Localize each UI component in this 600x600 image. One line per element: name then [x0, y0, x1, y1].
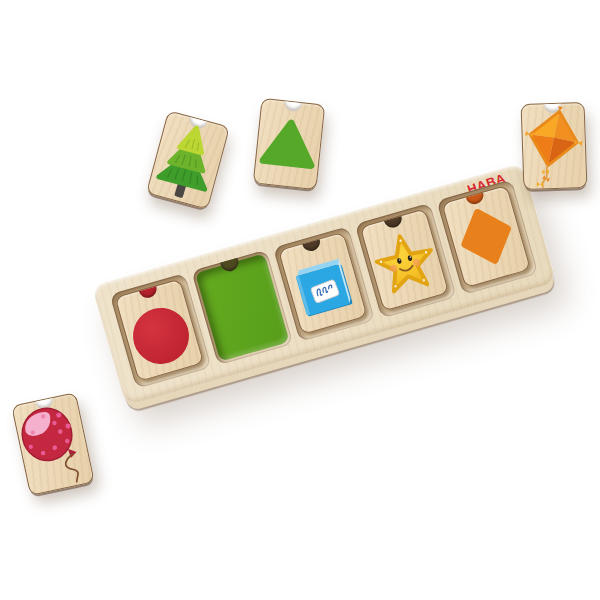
- tile-red-balloon[interactable]: [11, 392, 95, 496]
- tile-notch: [300, 232, 322, 253]
- green-square-well-base: [195, 253, 290, 361]
- kite-shape-icon: [522, 105, 587, 190]
- red-circle-shape-icon: [126, 301, 195, 370]
- tile-notch: [283, 98, 303, 112]
- balloon-shape-icon: [14, 397, 93, 494]
- tile-notch: [381, 208, 403, 229]
- scene: HABA: [0, 0, 600, 600]
- puzzle-board: HABA: [92, 163, 557, 406]
- fir-tree-shape-icon: [149, 117, 226, 209]
- slot-5-orange-well[interactable]: [436, 179, 538, 295]
- tile-green-triangle[interactable]: [253, 98, 326, 190]
- tile-orange-kite[interactable]: [521, 102, 588, 190]
- smiling-star-shape-icon: [366, 224, 444, 302]
- green-triangle-shape-icon: [258, 114, 321, 172]
- tile-blue-book[interactable]: [278, 232, 368, 335]
- blue-book-shape-icon: [289, 251, 359, 322]
- tile-fir-tree[interactable]: [146, 110, 230, 210]
- orange-diamond-shape-icon: [452, 200, 520, 273]
- tile-red-circle[interactable]: [115, 279, 205, 382]
- well-notch: [218, 251, 240, 273]
- tile-notch: [136, 279, 158, 300]
- tile-yellow-star[interactable]: [360, 208, 450, 311]
- tile-orange-diamond[interactable]: [441, 185, 531, 288]
